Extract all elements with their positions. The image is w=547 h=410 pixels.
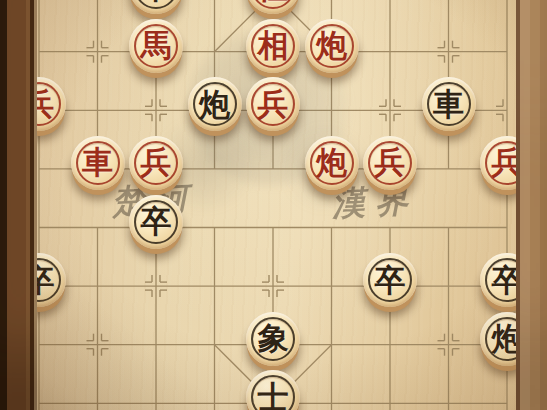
red-elephant-glyph: 相 [246, 19, 300, 73]
black-rook-glyph: 車 [422, 77, 476, 131]
board-frame-right [516, 0, 547, 410]
black-rook-partial[interactable]: 車 [129, 0, 183, 14]
red-cannon-glyph: 炮 [305, 19, 359, 73]
red-cannon[interactable]: 炮 [305, 19, 359, 73]
red-horse-glyph: 馬 [129, 19, 183, 73]
red-pawn[interactable]: 兵 [129, 136, 183, 190]
black-rook-partial-glyph: 車 [129, 0, 183, 14]
red-rook-glyph: 車 [71, 136, 125, 190]
red-cannon[interactable]: 炮 [305, 136, 359, 190]
red-pawn-glyph: 兵 [129, 136, 183, 190]
black-cannon[interactable]: 炮 [188, 77, 242, 131]
red-pawn-glyph: 兵 [246, 77, 300, 131]
black-pawn-glyph: 卒 [129, 195, 183, 249]
black-rook[interactable]: 車 [422, 77, 476, 131]
black-advisor[interactable]: 士 [246, 370, 300, 410]
board-frame-left [0, 0, 37, 410]
red-advisor-partial-glyph: 仕 [246, 0, 300, 14]
black-advisor-glyph: 士 [246, 370, 300, 410]
black-pawn[interactable]: 卒 [363, 253, 417, 307]
red-cannon-glyph: 炮 [305, 136, 359, 190]
black-elephant[interactable]: 象 [246, 312, 300, 366]
red-elephant[interactable]: 相 [246, 19, 300, 73]
red-pawn[interactable]: 兵 [363, 136, 417, 190]
black-elephant-glyph: 象 [246, 312, 300, 366]
black-cannon-glyph: 炮 [188, 77, 242, 131]
red-advisor-partial[interactable]: 仕 [246, 0, 300, 14]
red-pawn-glyph: 兵 [363, 136, 417, 190]
xiangqi-board[interactable]: 楚河 漢界 車仕馬相炮兵炮兵車車兵炮兵兵卒卒卒卒象炮士 [0, 0, 547, 410]
black-pawn-glyph: 卒 [363, 253, 417, 307]
red-rook[interactable]: 車 [71, 136, 125, 190]
black-pawn[interactable]: 卒 [129, 195, 183, 249]
red-horse[interactable]: 馬 [129, 19, 183, 73]
red-pawn[interactable]: 兵 [246, 77, 300, 131]
